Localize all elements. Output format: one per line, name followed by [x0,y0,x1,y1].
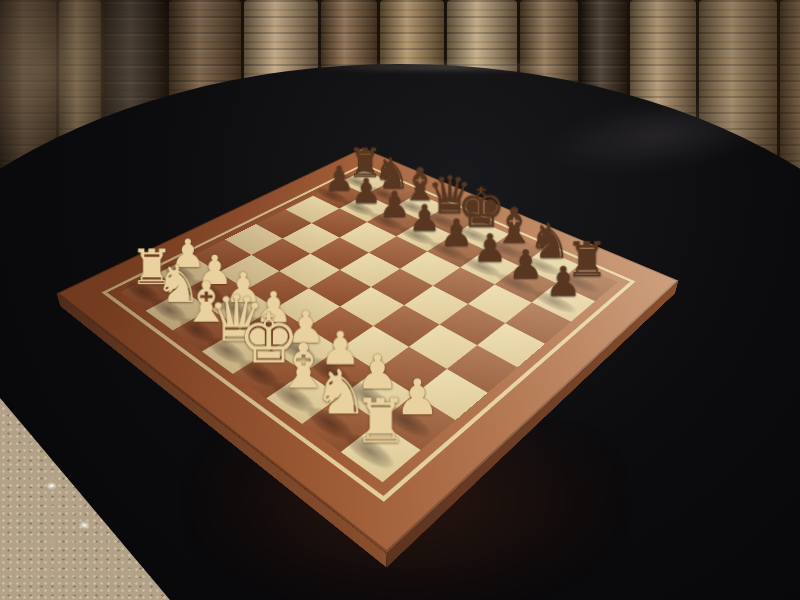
table-edge-glint [79,521,90,529]
white-rook[interactable]: ♜ [329,389,432,451]
table-edge-glint [46,482,57,490]
chessboard: ♜♞♝♛♚♝♞♜♟♟♟♟♟♟♟♟♟♟♟♟♟♟♟♟♜♞♝♛♚♝♞♜ [151,67,591,507]
board-grid: ♜♞♝♛♚♝♞♜♟♟♟♟♟♟♟♟♟♟♟♟♟♟♟♟♜♞♝♛♚♝♞♜ [120,170,618,482]
photo-scene: ♜♞♝♛♚♝♞♜♟♟♟♟♟♟♟♟♟♟♟♟♟♟♟♟♜♞♝♛♚♝♞♜ [0,0,800,600]
black-pawn[interactable]: ♟ [522,261,604,302]
